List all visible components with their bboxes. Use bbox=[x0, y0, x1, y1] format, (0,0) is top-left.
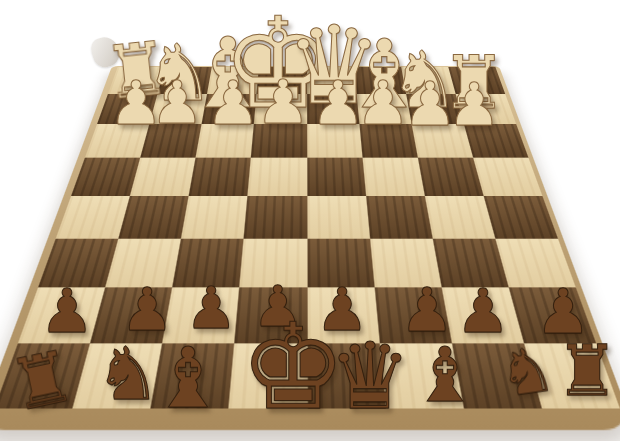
white-pawn-piece-e2[interactable]: ♟ bbox=[256, 72, 310, 133]
white-pawn-piece-a2[interactable]: ♟ bbox=[447, 75, 500, 134]
board-square-f5[interactable] bbox=[181, 196, 248, 239]
black-queen-piece-d8[interactable]: ♛ bbox=[329, 331, 411, 423]
board-square-e4[interactable] bbox=[248, 158, 307, 196]
board-square-c5[interactable] bbox=[366, 196, 433, 239]
board-square-a4[interactable] bbox=[473, 158, 542, 196]
black-knight-piece-b8[interactable]: ♞ bbox=[495, 338, 559, 407]
black-rook-piece-a8[interactable]: ♜ bbox=[556, 336, 619, 406]
black-bishop-piece-f8[interactable]: ♝ bbox=[150, 337, 225, 421]
white-pawn-piece-g2[interactable]: ♟ bbox=[150, 73, 203, 132]
black-pawn-piece-h7[interactable]: ♟ bbox=[40, 281, 94, 342]
board-square-f4[interactable] bbox=[189, 158, 251, 196]
board-square-h4[interactable] bbox=[71, 158, 140, 196]
board-square-c4[interactable] bbox=[362, 158, 424, 196]
board-square-b4[interactable] bbox=[418, 158, 484, 196]
board-square-d5[interactable] bbox=[307, 196, 370, 239]
chessboard-photo: ♜♞♝♚♛♝♞♜♟♟♟♟♟♟♟♟♟♟♟♟♟♟♟♟♜♞♝♚♛♝♞♜ bbox=[0, 0, 620, 441]
black-pawn-piece-f7[interactable]: ♟ bbox=[185, 279, 237, 337]
board-square-e5[interactable] bbox=[244, 196, 307, 239]
board-square-g5[interactable] bbox=[119, 196, 189, 239]
board-square-h5[interactable] bbox=[56, 196, 130, 239]
black-bishop-piece-c8[interactable]: ♝ bbox=[411, 338, 479, 414]
board-square-d4[interactable] bbox=[307, 158, 366, 196]
board-square-g4[interactable] bbox=[130, 158, 196, 196]
white-pawn-piece-f2[interactable]: ♟ bbox=[206, 73, 260, 134]
board-square-a5[interactable] bbox=[483, 196, 557, 239]
